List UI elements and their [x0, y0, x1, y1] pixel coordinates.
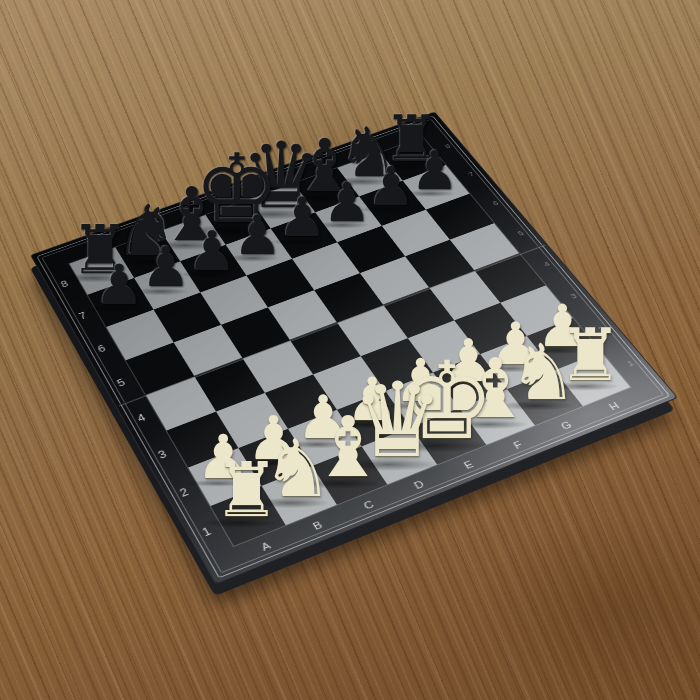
piece-bP-g7[interactable]: ♟: [367, 160, 415, 214]
photo-scene: ABCDEFGH1234567812345678 ♜♞♝♚♛♝♞♜♟♟♟♟♟♟♟…: [0, 0, 700, 700]
piece-bP-c7[interactable]: ♟: [187, 224, 236, 279]
piece-bP-d7[interactable]: ♟: [233, 208, 282, 263]
piece-bP-b7[interactable]: ♟: [141, 240, 191, 295]
piece-bP-a7[interactable]: ♟: [94, 257, 144, 313]
piece-bP-h7[interactable]: ♟: [411, 144, 459, 197]
piece-wR-a1[interactable]: ♜: [213, 453, 281, 529]
piece-bP-e7[interactable]: ♟: [278, 191, 327, 245]
pieces-layer: ♜♞♝♚♛♝♞♜♟♟♟♟♟♟♟♟♟♟♟♟♟♟♟♟♜♞♝♛♚♝♞♜: [0, 0, 700, 700]
piece-bP-f7[interactable]: ♟: [323, 175, 371, 229]
